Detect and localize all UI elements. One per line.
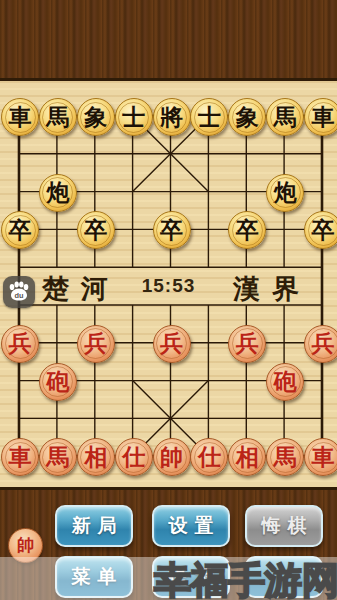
piece-black-advisor[interactable]: 士 [115, 98, 153, 136]
baidu-float-icon[interactable]: du [3, 276, 35, 308]
move-timer: 15:53 [0, 275, 337, 297]
piece-black-soldier[interactable]: 卒 [153, 211, 191, 249]
piece-red-soldier[interactable]: 兵 [228, 325, 266, 363]
piece-red-general[interactable]: 帥 [153, 438, 191, 476]
piece-red-cannon[interactable]: 砲 [266, 363, 304, 401]
piece-red-soldier[interactable]: 兵 [77, 325, 115, 363]
settings-button[interactable]: 设置 [152, 505, 230, 547]
piece-black-elephant[interactable]: 象 [228, 98, 266, 136]
piece-red-chariot[interactable]: 車 [304, 438, 337, 476]
piece-red-advisor[interactable]: 仕 [115, 438, 153, 476]
piece-black-chariot[interactable]: 車 [1, 98, 39, 136]
xiangqi-board[interactable]: 楚河 漢界 15:53 車馬象士將士象馬車炮炮卒卒卒卒卒兵兵兵兵兵砲砲車馬相仕帥… [0, 78, 337, 490]
piece-red-soldier[interactable]: 兵 [153, 325, 191, 363]
baidu-du-label: du [14, 291, 24, 300]
game-screen: 楚河 漢界 15:53 車馬象士將士象馬車炮炮卒卒卒卒卒兵兵兵兵兵砲砲車馬相仕帥… [0, 0, 337, 600]
piece-black-horse[interactable]: 馬 [39, 98, 77, 136]
baidu-paw-icon: du [6, 279, 32, 305]
new-game-button[interactable]: 新局 [55, 505, 133, 547]
piece-black-horse[interactable]: 馬 [266, 98, 304, 136]
piece-red-horse[interactable]: 馬 [39, 438, 77, 476]
watermark-text: 幸福手游网 [154, 556, 337, 600]
piece-red-chariot[interactable]: 車 [1, 438, 39, 476]
piece-black-cannon[interactable]: 炮 [266, 174, 304, 212]
piece-black-cannon[interactable]: 炮 [39, 174, 77, 212]
piece-red-cannon[interactable]: 砲 [39, 363, 77, 401]
piece-black-chariot[interactable]: 車 [304, 98, 337, 136]
piece-black-elephant[interactable]: 象 [77, 98, 115, 136]
undo-move-button[interactable]: 悔棋 [245, 505, 323, 547]
piece-red-soldier[interactable]: 兵 [304, 325, 337, 363]
piece-red-soldier[interactable]: 兵 [1, 325, 39, 363]
piece-red-elephant[interactable]: 相 [77, 438, 115, 476]
piece-black-soldier[interactable]: 卒 [304, 211, 337, 249]
piece-black-soldier[interactable]: 卒 [77, 211, 115, 249]
piece-black-general[interactable]: 將 [153, 98, 191, 136]
